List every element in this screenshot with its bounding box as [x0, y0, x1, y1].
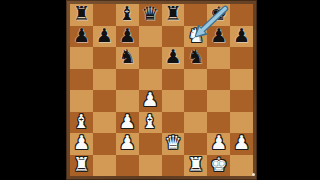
- square-g2[interactable]: ♟: [207, 133, 230, 155]
- piece-white-bishop-a3[interactable]: ♝: [73, 112, 90, 131]
- square-h4[interactable]: [230, 90, 253, 112]
- piece-white-rook-f1[interactable]: ♜: [187, 155, 204, 174]
- square-h3[interactable]: [230, 112, 253, 134]
- square-e8[interactable]: ♜: [162, 4, 185, 26]
- piece-black-bishop-c8[interactable]: ♝: [119, 4, 136, 23]
- square-a3[interactable]: ♝: [70, 112, 93, 134]
- square-h6[interactable]: [230, 47, 253, 69]
- square-b8[interactable]: [93, 4, 116, 26]
- piece-black-pawn-g7[interactable]: ♟: [210, 26, 227, 45]
- square-f6[interactable]: ♞: [184, 47, 207, 69]
- square-a8[interactable]: ♜: [70, 4, 93, 26]
- square-c8[interactable]: ♝: [116, 4, 139, 26]
- piece-white-pawn-d4[interactable]: ♟: [142, 90, 159, 109]
- square-h1[interactable]: [230, 155, 253, 177]
- square-h5[interactable]: [230, 69, 253, 91]
- square-c7[interactable]: ♟: [116, 26, 139, 48]
- square-a7[interactable]: ♟: [70, 26, 93, 48]
- square-d5[interactable]: [139, 69, 162, 91]
- square-g1[interactable]: ♚: [207, 155, 230, 177]
- piece-black-knight-c6[interactable]: ♞: [119, 47, 136, 66]
- square-d6[interactable]: [139, 47, 162, 69]
- square-a6[interactable]: [70, 47, 93, 69]
- chess-board: ♜♝♛♜♚♟♟♟♞♟♟♞♟♞♟♝♟♝♟♟♛♟♟♜♜♚: [70, 4, 253, 176]
- square-b2[interactable]: [93, 133, 116, 155]
- square-c4[interactable]: [116, 90, 139, 112]
- piece-black-pawn-e6[interactable]: ♟: [164, 47, 181, 66]
- square-e3[interactable]: [162, 112, 185, 134]
- piece-white-pawn-c3[interactable]: ♟: [119, 112, 136, 131]
- square-f4[interactable]: [184, 90, 207, 112]
- square-f2[interactable]: [184, 133, 207, 155]
- square-b5[interactable]: [93, 69, 116, 91]
- square-e5[interactable]: [162, 69, 185, 91]
- square-e7[interactable]: [162, 26, 185, 48]
- square-c2[interactable]: ♟: [116, 133, 139, 155]
- square-f1[interactable]: ♜: [184, 155, 207, 177]
- piece-white-pawn-g2[interactable]: ♟: [210, 133, 227, 152]
- square-b3[interactable]: [93, 112, 116, 134]
- piece-white-queen-e2[interactable]: ♛: [164, 133, 181, 152]
- square-c1[interactable]: [116, 155, 139, 177]
- piece-white-rook-a1[interactable]: ♜: [73, 155, 90, 174]
- square-e4[interactable]: [162, 90, 185, 112]
- square-c5[interactable]: [116, 69, 139, 91]
- square-d7[interactable]: [139, 26, 162, 48]
- square-f7[interactable]: ♞: [184, 26, 207, 48]
- piece-black-pawn-a7[interactable]: ♟: [73, 26, 90, 45]
- square-d2[interactable]: [139, 133, 162, 155]
- piece-black-rook-e8[interactable]: ♜: [164, 4, 181, 23]
- square-g7[interactable]: ♟: [207, 26, 230, 48]
- square-a4[interactable]: [70, 90, 93, 112]
- watermark-dot: [252, 173, 255, 176]
- square-h8[interactable]: [230, 4, 253, 26]
- square-e6[interactable]: ♟: [162, 47, 185, 69]
- square-d4[interactable]: ♟: [139, 90, 162, 112]
- square-f3[interactable]: [184, 112, 207, 134]
- piece-white-king-g1[interactable]: ♚: [210, 155, 227, 174]
- square-b1[interactable]: [93, 155, 116, 177]
- square-g5[interactable]: [207, 69, 230, 91]
- piece-black-pawn-b7[interactable]: ♟: [96, 26, 113, 45]
- square-b7[interactable]: ♟: [93, 26, 116, 48]
- square-b6[interactable]: [93, 47, 116, 69]
- square-g3[interactable]: [207, 112, 230, 134]
- piece-white-pawn-a2[interactable]: ♟: [73, 133, 90, 152]
- piece-white-knight-f7[interactable]: ♞: [187, 26, 204, 45]
- chess-thumbnail: ♜♝♛♜♚♟♟♟♞♟♟♞♟♞♟♝♟♝♟♟♛♟♟♜♜♚: [0, 0, 320, 180]
- piece-black-pawn-c7[interactable]: ♟: [119, 26, 136, 45]
- square-h2[interactable]: ♟: [230, 133, 253, 155]
- square-g8[interactable]: ♚: [207, 4, 230, 26]
- piece-black-king-g8[interactable]: ♚: [210, 4, 227, 23]
- square-f8[interactable]: [184, 4, 207, 26]
- square-e2[interactable]: ♛: [162, 133, 185, 155]
- piece-black-rook-a8[interactable]: ♜: [73, 4, 90, 23]
- square-d1[interactable]: [139, 155, 162, 177]
- board-frame: ♜♝♛♜♚♟♟♟♞♟♟♞♟♞♟♝♟♝♟♟♛♟♟♜♜♚: [66, 0, 257, 180]
- piece-black-pawn-h7[interactable]: ♟: [233, 26, 250, 45]
- square-a1[interactable]: ♜: [70, 155, 93, 177]
- piece-white-pawn-h2[interactable]: ♟: [233, 133, 250, 152]
- square-a2[interactable]: ♟: [70, 133, 93, 155]
- square-g6[interactable]: [207, 47, 230, 69]
- square-g4[interactable]: [207, 90, 230, 112]
- piece-black-queen-d8[interactable]: ♛: [142, 4, 159, 23]
- square-d8[interactable]: ♛: [139, 4, 162, 26]
- square-b4[interactable]: [93, 90, 116, 112]
- piece-white-bishop-d3[interactable]: ♝: [142, 112, 159, 131]
- square-h7[interactable]: ♟: [230, 26, 253, 48]
- square-a5[interactable]: [70, 69, 93, 91]
- square-c3[interactable]: ♟: [116, 112, 139, 134]
- piece-white-pawn-c2[interactable]: ♟: [119, 133, 136, 152]
- square-f5[interactable]: [184, 69, 207, 91]
- square-e1[interactable]: [162, 155, 185, 177]
- square-d3[interactable]: ♝: [139, 112, 162, 134]
- square-c6[interactable]: ♞: [116, 47, 139, 69]
- piece-black-knight-f6[interactable]: ♞: [187, 47, 204, 66]
